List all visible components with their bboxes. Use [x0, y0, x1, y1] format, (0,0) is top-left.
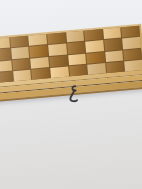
board-square — [50, 66, 69, 78]
board-square — [0, 49, 11, 61]
board-square — [0, 60, 12, 72]
board-square — [123, 37, 142, 49]
board-square — [28, 34, 47, 46]
board-square — [30, 57, 49, 69]
clasp-latch-icon — [66, 84, 80, 105]
board-square — [29, 45, 48, 57]
board-square — [49, 55, 68, 67]
board-square — [125, 60, 142, 72]
board-square — [87, 63, 106, 75]
board-square — [12, 58, 31, 70]
board-square — [106, 61, 125, 73]
board-square — [69, 65, 88, 77]
board-square — [84, 29, 103, 41]
board-square — [86, 52, 105, 64]
board-square — [104, 39, 123, 51]
board-square — [122, 26, 141, 38]
board-square — [103, 27, 122, 39]
board-square — [85, 40, 104, 52]
board-square — [67, 42, 86, 54]
board-square — [124, 48, 142, 60]
board-square — [31, 68, 50, 80]
board-square — [47, 32, 66, 44]
board-square — [13, 70, 32, 82]
board-square — [66, 31, 85, 43]
board-square — [105, 50, 124, 62]
board-square — [48, 44, 67, 56]
board-square — [10, 36, 29, 48]
board-square — [0, 71, 13, 83]
board-square — [0, 37, 10, 49]
photo-background-surface — [0, 0, 142, 189]
board-square — [68, 53, 87, 65]
board-square — [11, 47, 30, 59]
